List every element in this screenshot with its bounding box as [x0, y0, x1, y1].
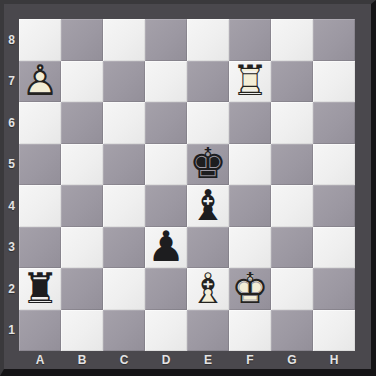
square-g7[interactable] — [271, 61, 313, 103]
chess-board-frame: 87654321 ♟♙♜♖♚♝♟♜♝♗♚♔ ABCDEFGH — [0, 0, 376, 376]
square-a1[interactable] — [19, 310, 61, 352]
square-b5[interactable] — [61, 144, 103, 186]
piece-glyph: ♖ — [229, 61, 271, 103]
square-d3[interactable]: ♟ — [145, 227, 187, 269]
rank-label-5: 5 — [4, 144, 19, 186]
square-f7[interactable]: ♜♖ — [229, 61, 271, 103]
square-e5[interactable]: ♚ — [187, 144, 229, 186]
square-b2[interactable] — [61, 268, 103, 310]
square-g1[interactable] — [271, 310, 313, 352]
square-b7[interactable] — [61, 61, 103, 103]
file-labels: ABCDEFGH — [19, 351, 355, 369]
square-a7[interactable]: ♟♙ — [19, 61, 61, 103]
rank-labels: 87654321 — [4, 19, 19, 351]
square-a6[interactable] — [19, 102, 61, 144]
square-d6[interactable] — [145, 102, 187, 144]
piece-glyph: ♔ — [229, 268, 271, 310]
file-label-d: D — [145, 351, 187, 369]
rank-label-1: 1 — [4, 310, 19, 352]
white-pawn[interactable]: ♟♙ — [19, 61, 61, 103]
square-h4[interactable] — [313, 185, 355, 227]
square-a5[interactable] — [19, 144, 61, 186]
rank-label-7: 7 — [4, 61, 19, 103]
piece-glyph: ♚ — [187, 144, 229, 186]
square-h1[interactable] — [313, 310, 355, 352]
square-f5[interactable] — [229, 144, 271, 186]
file-label-g: G — [271, 351, 313, 369]
rank-label-3: 3 — [4, 227, 19, 269]
black-pawn[interactable]: ♟ — [145, 227, 187, 269]
square-c1[interactable] — [103, 310, 145, 352]
square-f2[interactable]: ♚♔ — [229, 268, 271, 310]
square-c8[interactable] — [103, 19, 145, 61]
square-d8[interactable] — [145, 19, 187, 61]
square-h6[interactable] — [313, 102, 355, 144]
square-f8[interactable] — [229, 19, 271, 61]
rank-label-2: 2 — [4, 268, 19, 310]
square-h3[interactable] — [313, 227, 355, 269]
square-g5[interactable] — [271, 144, 313, 186]
square-e3[interactable] — [187, 227, 229, 269]
square-d1[interactable] — [145, 310, 187, 352]
square-g3[interactable] — [271, 227, 313, 269]
square-e4[interactable]: ♝ — [187, 185, 229, 227]
square-e7[interactable] — [187, 61, 229, 103]
black-rook[interactable]: ♜ — [19, 268, 61, 310]
piece-glyph: ♜ — [19, 268, 61, 310]
square-c5[interactable] — [103, 144, 145, 186]
square-e8[interactable] — [187, 19, 229, 61]
white-king[interactable]: ♚♔ — [229, 268, 271, 310]
square-d7[interactable] — [145, 61, 187, 103]
square-f1[interactable] — [229, 310, 271, 352]
square-c3[interactable] — [103, 227, 145, 269]
file-label-c: C — [103, 351, 145, 369]
piece-glyph: ♗ — [187, 268, 229, 310]
square-f4[interactable] — [229, 185, 271, 227]
chess-board[interactable]: ♟♙♜♖♚♝♟♜♝♗♚♔ — [19, 19, 355, 351]
square-g8[interactable] — [271, 19, 313, 61]
square-e6[interactable] — [187, 102, 229, 144]
square-a2[interactable]: ♜ — [19, 268, 61, 310]
square-b8[interactable] — [61, 19, 103, 61]
white-bishop[interactable]: ♝♗ — [187, 268, 229, 310]
piece-glyph: ♙ — [19, 61, 61, 103]
square-h2[interactable] — [313, 268, 355, 310]
square-e1[interactable] — [187, 310, 229, 352]
file-label-f: F — [229, 351, 271, 369]
square-g6[interactable] — [271, 102, 313, 144]
square-f6[interactable] — [229, 102, 271, 144]
black-bishop[interactable]: ♝ — [187, 185, 229, 227]
square-a4[interactable] — [19, 185, 61, 227]
file-label-h: H — [313, 351, 355, 369]
rank-label-8: 8 — [4, 19, 19, 61]
square-h5[interactable] — [313, 144, 355, 186]
square-b4[interactable] — [61, 185, 103, 227]
square-f3[interactable] — [229, 227, 271, 269]
file-label-a: A — [19, 351, 61, 369]
square-b6[interactable] — [61, 102, 103, 144]
square-d4[interactable] — [145, 185, 187, 227]
square-c6[interactable] — [103, 102, 145, 144]
square-c2[interactable] — [103, 268, 145, 310]
square-d5[interactable] — [145, 144, 187, 186]
black-king[interactable]: ♚ — [187, 144, 229, 186]
file-label-b: B — [61, 351, 103, 369]
rank-label-4: 4 — [4, 185, 19, 227]
square-c4[interactable] — [103, 185, 145, 227]
square-d2[interactable] — [145, 268, 187, 310]
square-b1[interactable] — [61, 310, 103, 352]
square-b3[interactable] — [61, 227, 103, 269]
file-label-e: E — [187, 351, 229, 369]
square-h7[interactable] — [313, 61, 355, 103]
square-g4[interactable] — [271, 185, 313, 227]
square-g2[interactable] — [271, 268, 313, 310]
square-c7[interactable] — [103, 61, 145, 103]
square-e2[interactable]: ♝♗ — [187, 268, 229, 310]
rank-label-6: 6 — [4, 102, 19, 144]
white-rook[interactable]: ♜♖ — [229, 61, 271, 103]
square-h8[interactable] — [313, 19, 355, 61]
piece-glyph: ♟ — [145, 227, 187, 269]
square-a3[interactable] — [19, 227, 61, 269]
square-a8[interactable] — [19, 19, 61, 61]
piece-glyph: ♝ — [187, 185, 229, 227]
